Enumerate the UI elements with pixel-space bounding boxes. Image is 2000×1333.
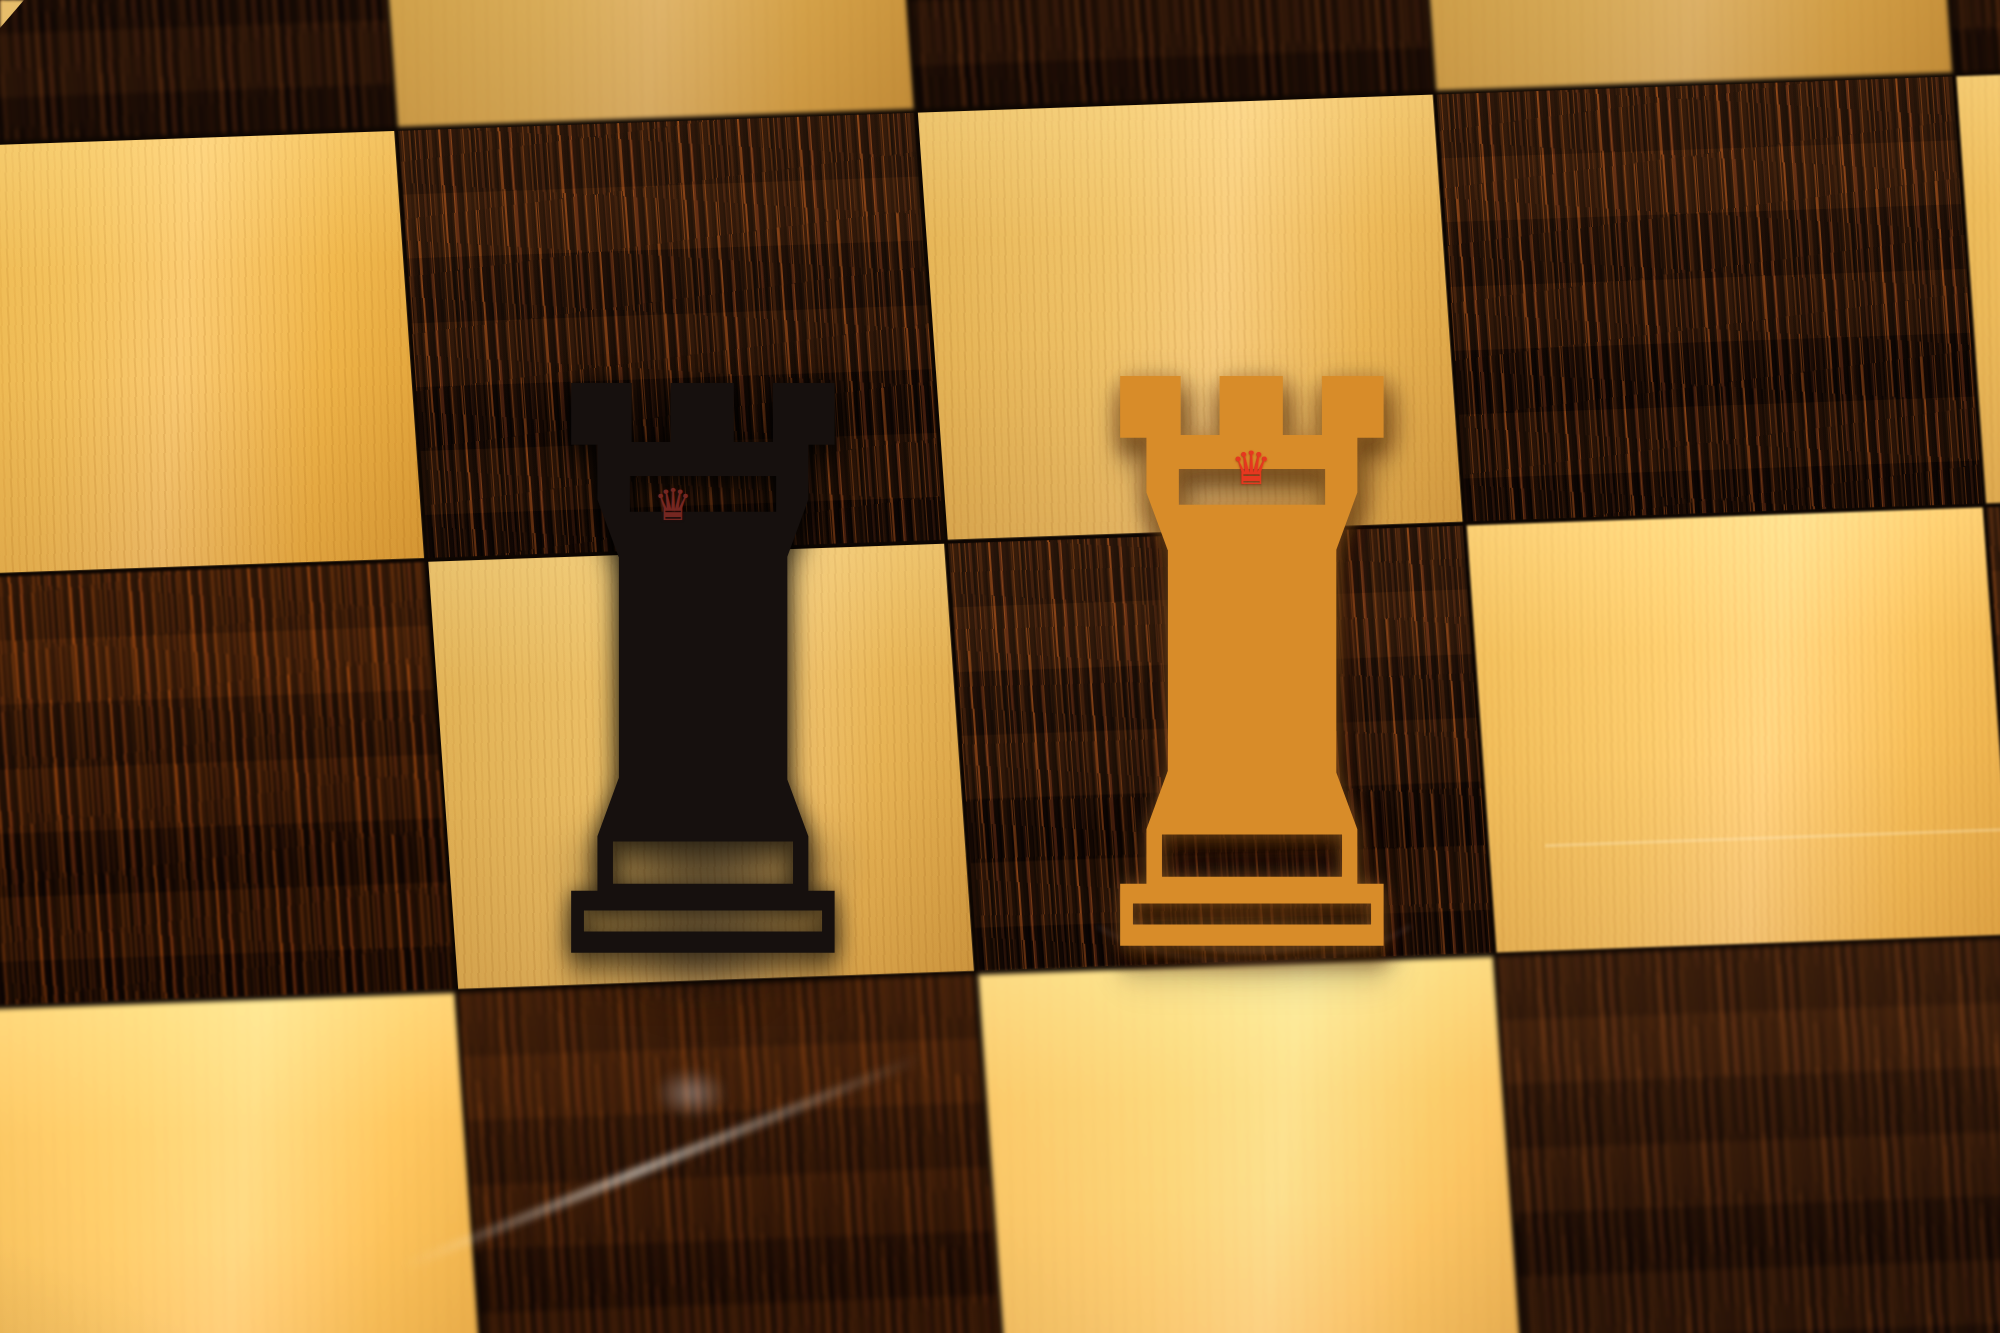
square-r2c1-light[interactable] [0, 131, 424, 576]
square-r1c4-light[interactable] [1407, 0, 1952, 91]
square-r4c1-light[interactable] [0, 993, 484, 1333]
square-r4c4-dark[interactable] [1497, 938, 2000, 1333]
square-r1c1-dark[interactable] [0, 0, 394, 145]
white-rook-piece[interactable]: ♜ [1042, 285, 1462, 1065]
square-r1c2-light[interactable] [368, 0, 913, 127]
black-rook-piece[interactable]: ♜ [493, 292, 913, 1072]
chessboard-photo-scene: ♜ ♜ ♛ ♛ Angled close-up photograph of a … [0, 0, 2000, 1333]
square-r3c4-light[interactable] [1467, 507, 2000, 952]
square-r3c1-dark[interactable] [0, 562, 454, 1007]
chessboard [0, 0, 2000, 1333]
square-r2c4-dark[interactable] [1437, 76, 1982, 521]
square-r1c3-dark[interactable] [887, 0, 1432, 109]
